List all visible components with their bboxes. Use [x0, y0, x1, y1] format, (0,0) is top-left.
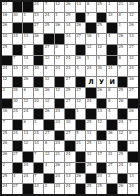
black-cell — [86, 174, 96, 184]
cell-r14-c13[interactable]: 13 — [128, 141, 138, 151]
code-number: 16 — [3, 13, 8, 17]
black-cell — [55, 77, 65, 87]
black-cell — [118, 109, 128, 119]
cell-r15-c7[interactable]: 24 — [65, 152, 75, 162]
code-number: 13 — [24, 34, 29, 38]
cell-r11-c13[interactable]: 26 — [128, 109, 138, 119]
code-number: 13 — [76, 2, 81, 6]
cell-r18-c6[interactable]: 24 — [55, 184, 65, 194]
cell-r17-c6[interactable]: 24 — [55, 174, 65, 184]
cell-r10-c11[interactable]: 8 — [107, 99, 117, 109]
cell-r11-c3[interactable]: 24 — [23, 109, 33, 119]
cell-r14-c5[interactable]: 6 — [44, 141, 54, 151]
cell-r1-c8[interactable]: 13 — [76, 2, 86, 12]
cell-r4-c3[interactable]: 13 — [23, 34, 33, 44]
cell-r8-c3[interactable]: 26 — [23, 77, 33, 87]
cell-r6-c7[interactable]: 24 — [65, 56, 75, 66]
cell-r17-c7[interactable]: 13 — [65, 174, 75, 184]
cell-r17-c8[interactable]: 26 — [76, 174, 86, 184]
code-number: 12 — [129, 56, 134, 60]
black-cell — [55, 34, 65, 44]
cell-r14-c8[interactable]: 21 — [76, 141, 86, 151]
code-number: 14 — [66, 23, 71, 27]
code-number: 12 — [76, 99, 81, 103]
cell-r4-c13[interactable]: 13 — [128, 34, 138, 44]
cell-r2-c1[interactable]: 16 — [2, 13, 12, 23]
cell-r3-c10[interactable]: 25 — [97, 23, 107, 33]
cell-r5-c1[interactable]: 25 — [2, 45, 12, 55]
code-number: 24 — [24, 174, 29, 178]
cell-r9-c5[interactable]: 26 — [44, 88, 54, 98]
cell-r14-c9[interactable]: 25 — [86, 141, 96, 151]
code-number: 26 — [66, 2, 71, 6]
cell-r6-c8[interactable]: 26 — [76, 56, 86, 66]
cell-r1-c6[interactable]: 12 — [55, 2, 65, 12]
cell-r1-c13[interactable]: 20 — [128, 2, 138, 12]
cell-r2-c11[interactable]: 13 — [107, 13, 117, 23]
cell-r11-c6[interactable]: 24 — [55, 109, 65, 119]
code-number: 13 — [13, 66, 18, 70]
cell-r9-c4[interactable]: 16 — [34, 88, 44, 98]
cell-r5-c7[interactable]: 1 — [65, 45, 75, 55]
cell-r11-c5[interactable]: 26 — [44, 109, 54, 119]
cell-r9-c8[interactable]: 27 — [76, 88, 86, 98]
black-cell — [76, 13, 86, 23]
cell-r12-c13[interactable]: 7 — [128, 120, 138, 130]
cell-r2-c6[interactable]: 1 — [55, 13, 65, 23]
cell-r6-c2[interactable]: 7 — [13, 56, 23, 66]
cell-r2-c4[interactable]: 13 — [34, 13, 44, 23]
cell-r18-c7[interactable]: 24 — [65, 184, 75, 194]
black-cell — [97, 99, 107, 109]
cell-r18-c5[interactable]: 2 — [44, 184, 54, 194]
cell-r13-c1[interactable]: 25 — [2, 131, 12, 141]
code-number: 25 — [118, 88, 123, 92]
cell-r2-c9[interactable]: 7 — [86, 13, 96, 23]
cell-r15-c2[interactable]: 27 — [13, 152, 23, 162]
cell-r16-c6[interactable]: 26 — [55, 163, 65, 173]
cell-r9-c2[interactable]: 28 — [13, 88, 23, 98]
cell-r1-c4[interactable]: 24 — [34, 2, 44, 12]
code-number: 26 — [97, 88, 102, 92]
code-number: 12 — [45, 99, 50, 103]
code-number: 25 — [118, 45, 123, 49]
cell-r7-c12[interactable]: 7 — [118, 66, 128, 76]
cell-r9-c11[interactable]: 8 — [107, 88, 117, 98]
code-number: 16 — [87, 34, 92, 38]
black-cell — [118, 77, 128, 87]
cell-r6-c13[interactable]: 12 — [128, 56, 138, 66]
cell-r16-c1[interactable]: 2 — [2, 163, 12, 173]
cell-r13-c4[interactable]: 24 — [34, 131, 44, 141]
code-number: 27 — [129, 88, 134, 92]
cell-r18-c4[interactable]: 14 — [34, 184, 44, 194]
code-number: 1 — [24, 13, 26, 17]
code-number: 24 — [13, 131, 18, 135]
cell-r6-c6[interactable]: 17 — [55, 56, 65, 66]
cell-r5-c9[interactable]: 12 — [86, 45, 96, 55]
black-cell — [76, 152, 86, 162]
code-number: 12 — [55, 2, 60, 6]
cell-r7-c2[interactable]: 13 — [13, 66, 23, 76]
cell-r16-c12[interactable]: 24 — [118, 163, 128, 173]
black-cell — [118, 141, 128, 151]
black-cell — [44, 34, 54, 44]
black-cell — [97, 163, 107, 173]
cell-r16-c7[interactable]: 13 — [65, 163, 75, 173]
cell-r16-c5[interactable]: 4 — [44, 163, 54, 173]
code-number: 24 — [3, 66, 8, 70]
cell-r17-c11[interactable]: 2 — [107, 174, 117, 184]
cell-r7-c11[interactable]: 24 — [107, 66, 117, 76]
code-number: 7 — [3, 120, 5, 124]
black-cell — [97, 131, 107, 141]
cell-r8-c1[interactable]: 12 — [2, 77, 12, 87]
code-number: 25 — [97, 184, 102, 188]
cell-r17-c10[interactable]: 24 — [97, 174, 107, 184]
cell-r4-c8[interactable]: 27 — [76, 34, 86, 44]
cell-r2-c2[interactable]: 30 — [13, 13, 23, 23]
code-number: 2 — [45, 184, 47, 188]
code-number: 12 — [97, 45, 102, 49]
code-number: 17 — [55, 56, 60, 60]
code-number: 13 — [34, 13, 39, 17]
cell-r17-c1[interactable]: 25 — [2, 174, 12, 184]
black-cell — [55, 131, 65, 141]
code-number: 26 — [76, 174, 81, 178]
cell-r6-c3[interactable]: 14 — [23, 56, 33, 66]
code-number: 26 — [129, 23, 134, 27]
cell-r9-c12[interactable]: 25 — [118, 88, 128, 98]
code-number: 12 — [45, 77, 50, 81]
cell-r4-c2[interactable]: 14 — [13, 34, 23, 44]
cell-r15-c12[interactable]: 25 — [118, 152, 128, 162]
black-cell — [86, 23, 96, 33]
code-number: 12 — [3, 77, 8, 81]
cell-r12-c10[interactable]: 12 — [97, 120, 107, 130]
code-number: 24 — [87, 99, 92, 103]
code-number: 27 — [34, 23, 39, 27]
cell-r13-c3[interactable]: 13 — [23, 131, 33, 141]
code-number: 24 — [55, 120, 60, 124]
cell-r1-c1[interactable]: 23 — [2, 2, 12, 12]
black-cell — [13, 77, 23, 87]
black-cell — [23, 2, 33, 12]
cell-r7-c3[interactable]: 24 — [23, 66, 33, 76]
cell-r1-c10[interactable]: 25 — [97, 2, 107, 12]
cell-r6-c10[interactable]: 4 — [97, 56, 107, 66]
cell-r3-c13[interactable]: 26 — [128, 23, 138, 33]
code-number: 8 — [108, 99, 110, 103]
cell-r11-c2[interactable]: 24 — [13, 109, 23, 119]
code-number: 20 — [129, 2, 134, 6]
cell-r17-c2[interactable]: 4 — [13, 174, 23, 184]
cell-r3-c1[interactable]: 26 — [2, 23, 12, 33]
code-number: 6 — [45, 141, 47, 145]
black-cell — [34, 56, 44, 66]
black-cell — [13, 45, 23, 55]
cell-r18-c1[interactable]: 24 — [2, 184, 12, 194]
cell-r13-c8[interactable]: 5 — [76, 131, 86, 141]
code-number: 27 — [45, 45, 50, 49]
cell-r3-c5[interactable]: 25 — [44, 23, 54, 33]
code-number: 26 — [3, 23, 8, 27]
code-number: 12 — [87, 45, 92, 49]
code-number: 24 — [129, 184, 134, 188]
cell-r13-c5[interactable]: 27 — [44, 131, 54, 141]
cell-r3-c7[interactable]: 14 — [65, 23, 75, 33]
cell-r10-c4[interactable]: 10 — [34, 99, 44, 109]
cell-r9-c6[interactable]: 12 — [55, 88, 65, 98]
cell-r9-c7[interactable]: 25 — [65, 88, 75, 98]
code-number: 2 — [3, 88, 5, 92]
cell-r7-c9[interactable]: 24 — [86, 66, 96, 76]
black-cell — [118, 174, 128, 184]
cell-r7-c4[interactable]: 10 — [34, 66, 44, 76]
code-number: 1 — [108, 2, 110, 6]
code-number: 24 — [87, 66, 92, 70]
cell-r13-c7[interactable]: 27 — [65, 131, 75, 141]
cell-r1-c11[interactable]: 1 — [107, 2, 117, 12]
cell-r10-c9[interactable]: 24 — [86, 99, 96, 109]
cell-r6-c12[interactable]: 8 — [118, 56, 128, 66]
cell-r5-c13[interactable]: 27 — [128, 45, 138, 55]
code-number: 7 — [13, 56, 15, 60]
code-number: 16 — [129, 77, 134, 81]
cell-r13-c12[interactable]: 12 — [118, 131, 128, 141]
cell-r10-c5[interactable]: 12 — [44, 99, 54, 109]
code-number: 25 — [3, 174, 8, 178]
code-number: 24 — [34, 131, 39, 135]
code-number: 26 — [45, 88, 50, 92]
code-number: 30 — [13, 99, 18, 103]
cell-r9-c1[interactable]: 2 — [2, 88, 12, 98]
black-cell — [13, 23, 23, 33]
cell-r2-c7[interactable]: 25 — [65, 13, 75, 23]
cell-r7-c13[interactable]: 24 — [128, 66, 138, 76]
cell-r12-c6[interactable]: 24 — [55, 120, 65, 130]
code-number: 24 — [13, 109, 18, 113]
cell-r9-c10[interactable]: 26 — [97, 88, 107, 98]
cell-r2-c13[interactable]: 12 — [128, 13, 138, 23]
cell-r16-c9[interactable]: 25 — [86, 163, 96, 173]
code-number: 25 — [3, 45, 8, 49]
cell-r4-c4[interactable]: 26 — [34, 34, 44, 44]
code-number: 6 — [45, 66, 47, 70]
cell-r9-c3[interactable]: 6 — [23, 88, 33, 98]
cell-r18-c2[interactable]: 27 — [13, 184, 23, 194]
cell-r5-c6[interactable]: 8 — [55, 45, 65, 55]
cell-r6-c9[interactable]: 1 — [86, 56, 96, 66]
cell-r10-c2[interactable]: 30 — [13, 99, 23, 109]
cell-r3-c8[interactable]: 26 — [76, 23, 86, 33]
cell-r5-c3[interactable]: 1 — [23, 45, 33, 55]
cell-r13-c11[interactable]: 26 — [107, 131, 117, 141]
code-number: 14 — [24, 56, 29, 60]
cell-r6-c5[interactable]: 12 — [44, 56, 54, 66]
cell-r17-c3[interactable]: 24 — [23, 174, 33, 184]
cell-r1-c5[interactable]: 7 — [44, 2, 54, 12]
cell-r13-c13[interactable]: 8 — [128, 131, 138, 141]
cell-r3-c12[interactable]: 1 — [118, 23, 128, 33]
cell-r10-c7[interactable]: 27 — [65, 99, 75, 109]
code-number: 25 — [87, 184, 92, 188]
cell-r4-c1[interactable]: 10 — [2, 34, 12, 44]
code-number: 4 — [108, 109, 110, 113]
cell-r14-c11[interactable]: 1 — [107, 141, 117, 151]
code-number: 13 — [108, 13, 113, 17]
cell-r3-c6[interactable]: 26 — [55, 23, 65, 33]
black-cell — [86, 109, 96, 119]
code-number: 24 — [3, 184, 8, 188]
cell-r12-c3[interactable]: 6 — [23, 120, 33, 130]
black-cell — [107, 45, 117, 55]
cell-r2-c12[interactable]: 8 — [118, 13, 128, 23]
code-number: 24 — [129, 66, 134, 70]
code-number: 1 — [76, 109, 78, 113]
code-number: 24 — [24, 66, 29, 70]
code-number: 21 — [108, 152, 113, 156]
cell-r18-c9[interactable]: 25 — [86, 184, 96, 194]
cell-r11-c11[interactable]: 4 — [107, 109, 117, 119]
cell-r15-c9[interactable]: 12 — [86, 152, 96, 162]
cell-prefilled-letter: И — [107, 77, 117, 87]
cell-r14-c6[interactable]: 24 — [55, 141, 65, 151]
cell-r18-c13[interactable]: 24 — [128, 184, 138, 194]
cell-r5-c12[interactable]: 25 — [118, 45, 128, 55]
cell-r10-c8[interactable]: 12 — [76, 99, 86, 109]
cell-r16-c3[interactable]: 24 — [23, 163, 33, 173]
cell-r15-c6[interactable]: 21 — [55, 152, 65, 162]
cell-r13-c9[interactable]: 11 — [86, 131, 96, 141]
cell-r1-c12[interactable]: 21 — [118, 2, 128, 12]
black-cell — [34, 109, 44, 119]
cell-r7-c7[interactable]: 23 — [65, 66, 75, 76]
code-number: 12 — [97, 120, 102, 124]
code-number: 25 — [3, 131, 8, 135]
code-number: 14 — [66, 34, 71, 38]
cell-r14-c1[interactable]: 26 — [2, 141, 12, 151]
cell-r11-c10[interactable]: 13 — [97, 109, 107, 119]
cell-r12-c9[interactable]: 25 — [86, 120, 96, 130]
cell-prefilled-letter: Л — [86, 77, 96, 87]
cell-r12-c7[interactable]: 10 — [65, 120, 75, 130]
cell-r16-c11[interactable]: 27 — [107, 163, 117, 173]
cell-r7-c5[interactable]: 6 — [44, 66, 54, 76]
code-number: 14 — [34, 184, 39, 188]
cell-r18-c10[interactable]: 25 — [97, 184, 107, 194]
cell-r12-c4[interactable]: 1 — [34, 120, 44, 130]
code-number: 24 — [66, 184, 71, 188]
code-number: 26 — [76, 56, 81, 60]
cell-r2-c3[interactable]: 1 — [23, 13, 33, 23]
black-cell — [97, 13, 107, 23]
cell-r15-c5[interactable]: 12 — [44, 152, 54, 162]
cell-r5-c5[interactable]: 27 — [44, 45, 54, 55]
code-number: 24 — [45, 13, 50, 17]
black-cell — [13, 141, 23, 151]
cell-r7-c10[interactable]: 30 — [97, 66, 107, 76]
cell-r16-c13[interactable]: 4 — [128, 163, 138, 173]
code-number: 27 — [66, 99, 71, 103]
code-number: 10 — [34, 99, 39, 103]
black-cell — [44, 174, 54, 184]
code-number: 1 — [118, 23, 120, 27]
cell-r10-c12[interactable]: 26 — [118, 99, 128, 109]
cell-r4-c9[interactable]: 16 — [86, 34, 96, 44]
cell-r8-c7[interactable]: 27 — [65, 77, 75, 87]
cell-r8-c5[interactable]: 12 — [44, 77, 54, 87]
cell-r17-c13[interactable]: 13 — [128, 174, 138, 184]
cell-r4-c11[interactable]: 4 — [107, 34, 117, 44]
code-number: 2 — [108, 174, 110, 178]
code-number: 24 — [55, 66, 60, 70]
cell-r14-c3[interactable]: 12 — [23, 141, 33, 151]
code-number: 1 — [34, 120, 36, 124]
code-number: 26 — [118, 34, 123, 38]
cell-r5-c10[interactable]: 12 — [97, 45, 107, 55]
code-number: 8 — [87, 2, 89, 6]
code-number: 26 — [3, 152, 8, 156]
code-number: 7 — [45, 2, 47, 6]
cell-r15-c11[interactable]: 21 — [107, 152, 117, 162]
cell-r13-c2[interactable]: 24 — [13, 131, 23, 141]
cell-r7-c1[interactable]: 24 — [2, 66, 12, 76]
cell-r14-c10[interactable]: 11 — [97, 141, 107, 151]
cell-r3-c4[interactable]: 27 — [34, 23, 44, 33]
code-number: 14 — [34, 141, 39, 145]
cell-r1-c9[interactable]: 8 — [86, 2, 96, 12]
black-cell — [23, 23, 33, 33]
cell-r12-c1[interactable]: 7 — [2, 120, 12, 130]
cell-r9-c13[interactable]: 27 — [128, 88, 138, 98]
black-cell — [76, 77, 86, 87]
cell-r7-c6[interactable]: 24 — [55, 66, 65, 76]
cell-r1-c7[interactable]: 26 — [65, 2, 75, 12]
code-number: 24 — [55, 109, 60, 113]
code-number: 25 — [87, 141, 92, 145]
code-number: 8 — [129, 131, 131, 135]
cell-r14-c4[interactable]: 14 — [34, 141, 44, 151]
cell-r4-c10[interactable]: 1 — [97, 34, 107, 44]
cell-r17-c4[interactable]: 7 — [34, 174, 44, 184]
cell-r4-c7[interactable]: 14 — [65, 34, 75, 44]
cell-r15-c4[interactable]: 7 — [34, 152, 44, 162]
code-number: 13 — [24, 131, 29, 135]
cell-r4-c12[interactable]: 26 — [118, 34, 128, 44]
code-number: 27 — [76, 88, 81, 92]
cell-r15-c1[interactable]: 26 — [2, 152, 12, 162]
cell-r18-c12[interactable]: 26 — [118, 184, 128, 194]
code-number: 6 — [24, 120, 26, 124]
black-cell — [128, 152, 138, 162]
code-number: 4 — [13, 174, 15, 178]
cell-r2-c5[interactable]: 24 — [44, 13, 54, 23]
black-cell — [76, 184, 86, 194]
cell-r10-c3[interactable]: 12 — [23, 99, 33, 109]
code-number: 24 — [24, 109, 29, 113]
cell-r15-c10[interactable]: 17 — [97, 152, 107, 162]
codeword-grid: 2324712261382512120163011324125713812262… — [0, 0, 140, 196]
cell-r11-c1[interactable]: 16 — [2, 109, 12, 119]
black-cell — [76, 45, 86, 55]
cell-r12-c12[interactable]: 24 — [118, 120, 128, 130]
cell-r7-c8[interactable]: 4 — [76, 66, 86, 76]
cell-r8-c13[interactable]: 16 — [128, 77, 138, 87]
black-cell — [44, 120, 54, 130]
code-number: 12 — [45, 56, 50, 60]
cell-r11-c8[interactable]: 1 — [76, 109, 86, 119]
